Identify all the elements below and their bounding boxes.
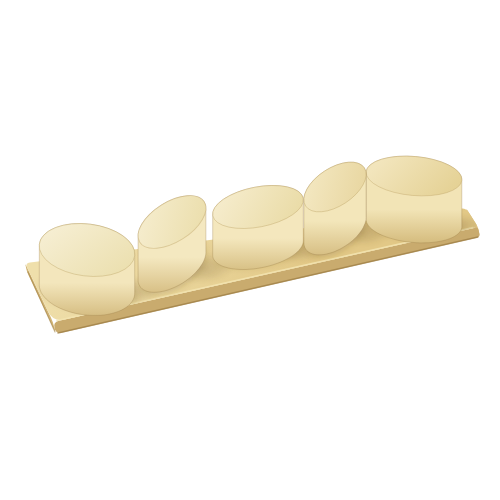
product-photo [0, 0, 500, 500]
pedestal-1 [36, 218, 138, 315]
display-stand-illustration [0, 0, 500, 500]
pedestal-5 [364, 152, 463, 243]
pedestal-3 [209, 179, 307, 270]
